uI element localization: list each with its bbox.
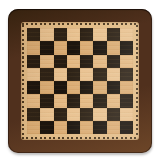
square-h8[interactable]	[120, 28, 133, 41]
page-background	[0, 0, 160, 160]
square-d1[interactable]	[67, 121, 80, 134]
square-a8[interactable]	[27, 28, 40, 41]
square-a7[interactable]	[27, 41, 40, 54]
square-f6[interactable]	[93, 55, 106, 68]
square-c8[interactable]	[54, 28, 67, 41]
square-b5[interactable]	[40, 68, 53, 81]
square-h3[interactable]	[120, 94, 133, 107]
square-e7[interactable]	[80, 41, 93, 54]
square-d7[interactable]	[67, 41, 80, 54]
square-f5[interactable]	[93, 68, 106, 81]
square-a2[interactable]	[27, 108, 40, 121]
square-g3[interactable]	[107, 94, 120, 107]
square-a6[interactable]	[27, 55, 40, 68]
square-c1[interactable]	[54, 121, 67, 134]
square-g7[interactable]	[107, 41, 120, 54]
square-d3[interactable]	[67, 94, 80, 107]
inlay-line-left	[22, 25, 24, 137]
square-b1[interactable]	[40, 121, 53, 134]
square-e1[interactable]	[80, 121, 93, 134]
square-e5[interactable]	[80, 68, 93, 81]
inlay-line-bottom	[22, 137, 138, 139]
square-g1[interactable]	[107, 121, 120, 134]
square-d5[interactable]	[67, 68, 80, 81]
square-h6[interactable]	[120, 55, 133, 68]
square-h4[interactable]	[120, 81, 133, 94]
square-c2[interactable]	[54, 108, 67, 121]
square-g5[interactable]	[107, 68, 120, 81]
square-g6[interactable]	[107, 55, 120, 68]
square-f2[interactable]	[93, 108, 106, 121]
square-d4[interactable]	[67, 81, 80, 94]
square-g2[interactable]	[107, 108, 120, 121]
square-c5[interactable]	[54, 68, 67, 81]
square-h1[interactable]	[120, 121, 133, 134]
square-c3[interactable]	[54, 94, 67, 107]
square-b7[interactable]	[40, 41, 53, 54]
square-b8[interactable]	[40, 28, 53, 41]
square-h5[interactable]	[120, 68, 133, 81]
square-a4[interactable]	[27, 81, 40, 94]
board-grid	[27, 28, 133, 134]
square-b6[interactable]	[40, 55, 53, 68]
square-e6[interactable]	[80, 55, 93, 68]
square-g8[interactable]	[107, 28, 120, 41]
square-b3[interactable]	[40, 94, 53, 107]
square-d6[interactable]	[67, 55, 80, 68]
board-border-strip	[21, 22, 139, 140]
square-f7[interactable]	[93, 41, 106, 54]
square-c4[interactable]	[54, 81, 67, 94]
square-h7[interactable]	[120, 41, 133, 54]
square-a1[interactable]	[27, 121, 40, 134]
square-f1[interactable]	[93, 121, 106, 134]
square-c7[interactable]	[54, 41, 67, 54]
square-b4[interactable]	[40, 81, 53, 94]
chess-board	[8, 9, 152, 153]
inlay-line-top	[22, 23, 138, 25]
square-e8[interactable]	[80, 28, 93, 41]
square-f8[interactable]	[93, 28, 106, 41]
square-g4[interactable]	[107, 81, 120, 94]
square-b2[interactable]	[40, 108, 53, 121]
square-d8[interactable]	[67, 28, 80, 41]
square-a3[interactable]	[27, 94, 40, 107]
square-a5[interactable]	[27, 68, 40, 81]
square-d2[interactable]	[67, 108, 80, 121]
square-f4[interactable]	[93, 81, 106, 94]
square-f3[interactable]	[93, 94, 106, 107]
inlay-line-right	[136, 25, 138, 137]
square-h2[interactable]	[120, 108, 133, 121]
square-e3[interactable]	[80, 94, 93, 107]
square-e2[interactable]	[80, 108, 93, 121]
square-c6[interactable]	[54, 55, 67, 68]
square-e4[interactable]	[80, 81, 93, 94]
